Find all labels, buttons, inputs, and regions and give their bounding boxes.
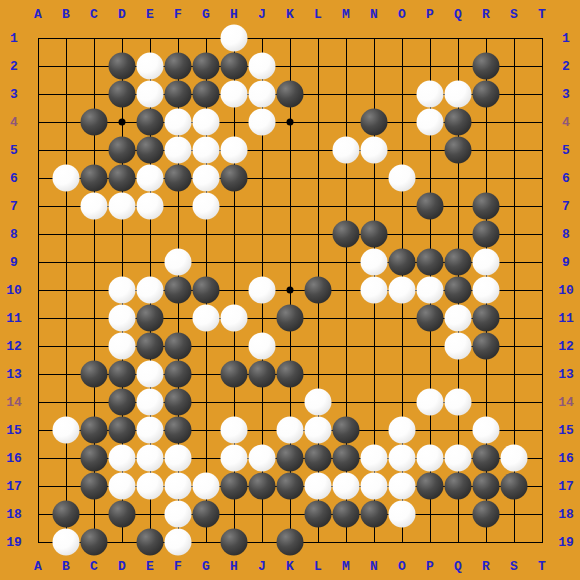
stone-white-F4: [165, 109, 192, 136]
stone-white-N10: [361, 277, 388, 304]
stone-black-G18: [193, 501, 220, 528]
col-label-top-R: R: [482, 8, 490, 21]
row-label-left-3: 3: [10, 88, 18, 101]
row-label-right-2: 2: [562, 60, 570, 73]
stone-black-J13: [249, 361, 276, 388]
stone-black-D18: [109, 501, 136, 528]
row-label-left-17: 17: [6, 480, 22, 493]
stone-white-O18: [389, 501, 416, 528]
stone-black-Q17: [445, 473, 472, 500]
stone-black-R2: [473, 53, 500, 80]
col-label-top-D: D: [118, 8, 126, 21]
row-label-left-9: 9: [10, 256, 18, 269]
col-label-bottom-N: N: [370, 560, 378, 573]
row-label-right-1: 1: [562, 32, 570, 45]
stone-black-F6: [165, 165, 192, 192]
col-label-bottom-F: F: [174, 560, 182, 573]
row-label-right-5: 5: [562, 144, 570, 157]
stone-black-H17: [221, 473, 248, 500]
row-label-left-15: 15: [6, 424, 22, 437]
stone-black-D13: [109, 361, 136, 388]
stone-white-F16: [165, 445, 192, 472]
row-label-right-9: 9: [562, 256, 570, 269]
stone-black-E19: [137, 529, 164, 556]
stone-white-E16: [137, 445, 164, 472]
stone-white-O16: [389, 445, 416, 472]
stone-white-O10: [389, 277, 416, 304]
col-label-bottom-H: H: [230, 560, 238, 573]
stone-white-H5: [221, 137, 248, 164]
stone-black-S17: [501, 473, 528, 500]
stone-white-P16: [417, 445, 444, 472]
row-label-right-18: 18: [558, 508, 574, 521]
stone-black-E11: [137, 305, 164, 332]
stone-white-Q12: [445, 333, 472, 360]
stone-black-L10: [305, 277, 332, 304]
stone-white-B6: [53, 165, 80, 192]
row-label-right-17: 17: [558, 480, 574, 493]
stone-white-D11: [109, 305, 136, 332]
row-label-left-18: 18: [6, 508, 22, 521]
stone-white-G7: [193, 193, 220, 220]
stone-black-P7: [417, 193, 444, 220]
stone-white-H11: [221, 305, 248, 332]
stone-black-D2: [109, 53, 136, 80]
stone-black-D5: [109, 137, 136, 164]
row-label-right-19: 19: [558, 536, 574, 549]
stone-black-Q5: [445, 137, 472, 164]
stone-black-C4: [81, 109, 108, 136]
stone-black-R16: [473, 445, 500, 472]
stone-white-N5: [361, 137, 388, 164]
stone-black-E4: [137, 109, 164, 136]
stone-white-J2: [249, 53, 276, 80]
stone-white-E7: [137, 193, 164, 220]
stone-white-E14: [137, 389, 164, 416]
stone-black-H19: [221, 529, 248, 556]
stone-black-N8: [361, 221, 388, 248]
col-label-top-F: F: [174, 8, 182, 21]
stone-white-F18: [165, 501, 192, 528]
row-label-left-5: 5: [10, 144, 18, 157]
stone-white-H15: [221, 417, 248, 444]
stone-white-Q14: [445, 389, 472, 416]
row-label-left-7: 7: [10, 200, 18, 213]
row-label-right-11: 11: [558, 312, 574, 325]
row-label-right-10: 10: [558, 284, 574, 297]
stone-black-C16: [81, 445, 108, 472]
stone-white-Q16: [445, 445, 472, 472]
stone-black-F3: [165, 81, 192, 108]
stone-black-R11: [473, 305, 500, 332]
stone-black-K3: [277, 81, 304, 108]
stone-black-Q4: [445, 109, 472, 136]
stone-black-N4: [361, 109, 388, 136]
stone-black-H2: [221, 53, 248, 80]
stone-white-B19: [53, 529, 80, 556]
col-label-bottom-C: C: [90, 560, 98, 573]
grid-line-vertical: [542, 38, 543, 543]
stone-white-P14: [417, 389, 444, 416]
stone-white-F5: [165, 137, 192, 164]
stone-black-R18: [473, 501, 500, 528]
stone-white-J3: [249, 81, 276, 108]
stone-black-E12: [137, 333, 164, 360]
row-label-right-12: 12: [558, 340, 574, 353]
col-label-bottom-B: B: [62, 560, 70, 573]
stone-white-H16: [221, 445, 248, 472]
col-label-bottom-L: L: [314, 560, 322, 573]
col-label-bottom-K: K: [286, 560, 294, 573]
stone-black-K13: [277, 361, 304, 388]
stone-white-J16: [249, 445, 276, 472]
stone-white-D12: [109, 333, 136, 360]
stone-white-E13: [137, 361, 164, 388]
stone-white-N16: [361, 445, 388, 472]
col-label-top-P: P: [426, 8, 434, 21]
stone-white-G5: [193, 137, 220, 164]
stone-black-F15: [165, 417, 192, 444]
stone-white-E15: [137, 417, 164, 444]
col-label-bottom-R: R: [482, 560, 490, 573]
stone-white-L15: [305, 417, 332, 444]
col-label-bottom-O: O: [398, 560, 406, 573]
stone-white-E2: [137, 53, 164, 80]
stone-white-P4: [417, 109, 444, 136]
stone-black-F12: [165, 333, 192, 360]
col-label-bottom-T: T: [538, 560, 546, 573]
stone-black-R7: [473, 193, 500, 220]
stone-black-Q9: [445, 249, 472, 276]
col-label-top-K: K: [286, 8, 294, 21]
row-label-left-11: 11: [6, 312, 22, 325]
stone-white-D16: [109, 445, 136, 472]
stone-white-Q3: [445, 81, 472, 108]
stone-black-P17: [417, 473, 444, 500]
row-label-left-4: 4: [10, 116, 18, 129]
col-label-top-C: C: [90, 8, 98, 21]
stone-white-R10: [473, 277, 500, 304]
row-label-left-10: 10: [6, 284, 22, 297]
row-label-left-8: 8: [10, 228, 18, 241]
stone-white-C7: [81, 193, 108, 220]
stone-black-C13: [81, 361, 108, 388]
stone-black-F10: [165, 277, 192, 304]
col-label-bottom-G: G: [202, 560, 210, 573]
stone-white-O15: [389, 417, 416, 444]
stone-black-C6: [81, 165, 108, 192]
stone-black-K19: [277, 529, 304, 556]
stone-white-G17: [193, 473, 220, 500]
stone-black-E5: [137, 137, 164, 164]
col-label-bottom-A: A: [34, 560, 42, 573]
stone-white-N17: [361, 473, 388, 500]
col-label-top-E: E: [146, 8, 154, 21]
stone-white-H3: [221, 81, 248, 108]
stone-white-B15: [53, 417, 80, 444]
col-label-top-T: T: [538, 8, 546, 21]
stone-black-K16: [277, 445, 304, 472]
stone-black-P11: [417, 305, 444, 332]
stone-black-J17: [249, 473, 276, 500]
stone-white-E10: [137, 277, 164, 304]
row-label-right-16: 16: [558, 452, 574, 465]
stone-black-K11: [277, 305, 304, 332]
row-label-left-16: 16: [6, 452, 22, 465]
stone-white-D10: [109, 277, 136, 304]
stone-black-F13: [165, 361, 192, 388]
stone-black-R12: [473, 333, 500, 360]
stone-black-K17: [277, 473, 304, 500]
stone-black-N18: [361, 501, 388, 528]
row-label-left-14: 14: [6, 396, 22, 409]
stone-white-G4: [193, 109, 220, 136]
stone-white-L14: [305, 389, 332, 416]
stone-black-Q10: [445, 277, 472, 304]
row-label-left-1: 1: [10, 32, 18, 45]
row-label-left-19: 19: [6, 536, 22, 549]
stone-white-J12: [249, 333, 276, 360]
stone-black-G3: [193, 81, 220, 108]
col-label-top-A: A: [34, 8, 42, 21]
stone-black-M16: [333, 445, 360, 472]
stone-black-M18: [333, 501, 360, 528]
col-label-bottom-S: S: [510, 560, 518, 573]
stone-white-H1: [221, 25, 248, 52]
stone-white-P3: [417, 81, 444, 108]
stone-white-F9: [165, 249, 192, 276]
col-label-top-O: O: [398, 8, 406, 21]
stone-white-S16: [501, 445, 528, 472]
star-point-K4: [287, 119, 294, 126]
col-label-top-N: N: [370, 8, 378, 21]
stone-black-P9: [417, 249, 444, 276]
stone-white-G6: [193, 165, 220, 192]
stone-white-J4: [249, 109, 276, 136]
col-label-top-M: M: [342, 8, 350, 21]
col-label-bottom-P: P: [426, 560, 434, 573]
stone-white-E6: [137, 165, 164, 192]
stone-white-K15: [277, 417, 304, 444]
col-label-top-Q: Q: [454, 8, 462, 21]
stone-white-O6: [389, 165, 416, 192]
col-label-top-G: G: [202, 8, 210, 21]
stone-black-M15: [333, 417, 360, 444]
col-label-top-S: S: [510, 8, 518, 21]
stone-black-R3: [473, 81, 500, 108]
stone-white-M5: [333, 137, 360, 164]
stone-black-B18: [53, 501, 80, 528]
stone-black-F14: [165, 389, 192, 416]
stone-white-J10: [249, 277, 276, 304]
stone-white-P10: [417, 277, 444, 304]
col-label-bottom-J: J: [258, 560, 266, 573]
stone-black-D14: [109, 389, 136, 416]
stone-black-G10: [193, 277, 220, 304]
stone-black-L16: [305, 445, 332, 472]
row-label-left-12: 12: [6, 340, 22, 353]
stone-white-L17: [305, 473, 332, 500]
stone-black-D15: [109, 417, 136, 444]
stone-white-D7: [109, 193, 136, 220]
stone-black-C15: [81, 417, 108, 444]
stone-white-E17: [137, 473, 164, 500]
stone-black-G2: [193, 53, 220, 80]
row-label-right-8: 8: [562, 228, 570, 241]
stone-white-Q11: [445, 305, 472, 332]
stone-black-D3: [109, 81, 136, 108]
col-label-bottom-Q: Q: [454, 560, 462, 573]
stone-white-R9: [473, 249, 500, 276]
stone-white-E3: [137, 81, 164, 108]
stone-black-L18: [305, 501, 332, 528]
stone-white-R15: [473, 417, 500, 444]
stone-white-F17: [165, 473, 192, 500]
row-label-right-14: 14: [558, 396, 574, 409]
row-label-left-2: 2: [10, 60, 18, 73]
stone-black-F2: [165, 53, 192, 80]
stone-black-R17: [473, 473, 500, 500]
stone-white-O17: [389, 473, 416, 500]
row-label-left-13: 13: [6, 368, 22, 381]
row-label-right-13: 13: [558, 368, 574, 381]
stone-black-R8: [473, 221, 500, 248]
stone-black-C17: [81, 473, 108, 500]
stone-white-N9: [361, 249, 388, 276]
star-point-K10: [287, 287, 294, 294]
col-label-bottom-D: D: [118, 560, 126, 573]
stone-black-H13: [221, 361, 248, 388]
stone-black-H6: [221, 165, 248, 192]
stone-white-M17: [333, 473, 360, 500]
col-label-bottom-M: M: [342, 560, 350, 573]
col-label-top-J: J: [258, 8, 266, 21]
col-label-top-L: L: [314, 8, 322, 21]
go-board[interactable]: AABBCCDDEEFFGGHHJJKKLLMMNNOOPPQQRRSSTT11…: [0, 0, 580, 580]
row-label-right-7: 7: [562, 200, 570, 213]
stone-black-O9: [389, 249, 416, 276]
stone-black-C19: [81, 529, 108, 556]
stone-white-F19: [165, 529, 192, 556]
stone-black-M8: [333, 221, 360, 248]
col-label-bottom-E: E: [146, 560, 154, 573]
stone-black-D6: [109, 165, 136, 192]
row-label-right-15: 15: [558, 424, 574, 437]
col-label-top-H: H: [230, 8, 238, 21]
star-point-D4: [119, 119, 126, 126]
row-label-left-6: 6: [10, 172, 18, 185]
row-label-right-4: 4: [562, 116, 570, 129]
row-label-right-6: 6: [562, 172, 570, 185]
col-label-top-B: B: [62, 8, 70, 21]
stone-white-G11: [193, 305, 220, 332]
row-label-right-3: 3: [562, 88, 570, 101]
stone-white-D17: [109, 473, 136, 500]
